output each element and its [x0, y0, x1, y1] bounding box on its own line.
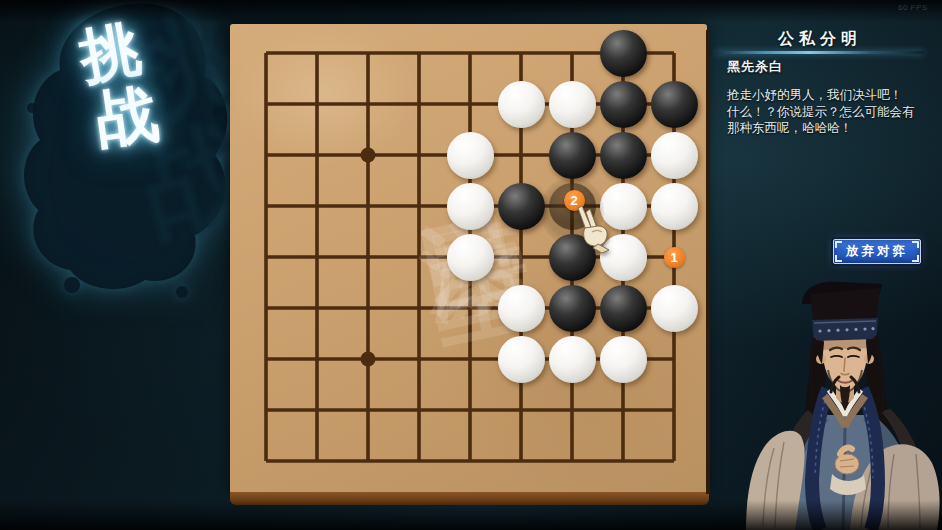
- white-stone: [447, 234, 494, 281]
- dialogue-line: 抢走小妤的男人，我们决斗吧！: [727, 87, 929, 104]
- black-stone: [549, 132, 596, 179]
- move-marker-1: 1: [664, 247, 685, 268]
- white-stone: [600, 336, 647, 383]
- board-edge: [230, 492, 709, 505]
- puzzle-title: 公私分明: [716, 29, 924, 50]
- black-stone: [651, 81, 698, 128]
- fps-counter: 60 FPS: [898, 3, 928, 12]
- hand-cursor-icon: [572, 206, 614, 254]
- black-stone: [600, 30, 647, 77]
- npc-portrait: [744, 278, 942, 530]
- white-stone: [498, 285, 545, 332]
- white-stone: [447, 132, 494, 179]
- game-screen: 60 FPS 挑 战 挑 战 游民星空 21 公私分明: [0, 0, 942, 530]
- black-stone: [600, 81, 647, 128]
- white-stone: [498, 81, 545, 128]
- white-stone: [549, 336, 596, 383]
- button-corner-decoration: [835, 241, 842, 248]
- black-stone: [600, 132, 647, 179]
- white-stone: [447, 183, 494, 230]
- white-stone: [498, 336, 545, 383]
- white-stone: [651, 132, 698, 179]
- white-stone: [651, 183, 698, 230]
- challenge-banner: 挑 战 挑 战: [0, 0, 260, 320]
- go-board[interactable]: 游民星空 21: [230, 24, 707, 494]
- button-corner-decoration: [912, 255, 919, 262]
- black-stone: [498, 183, 545, 230]
- dialogue-line: 那种东西呢，哈哈哈！: [727, 120, 929, 137]
- challenge-char-1: 挑: [75, 17, 145, 87]
- black-stone: [549, 285, 596, 332]
- white-stone: [549, 81, 596, 128]
- dialogue-line: 什么！？你说提示？怎么可能会有: [727, 104, 929, 121]
- give-up-button[interactable]: 放弃对弈: [833, 239, 921, 264]
- challenge-char-2: 战: [92, 82, 162, 152]
- white-stone: [651, 285, 698, 332]
- give-up-button-label: 放弃对弈: [846, 243, 908, 260]
- button-corner-decoration: [835, 255, 842, 262]
- button-corner-decoration: [912, 241, 919, 248]
- board-edge: [706, 30, 710, 494]
- black-stone: [600, 285, 647, 332]
- puzzle-goal: 黑先杀白: [727, 58, 783, 76]
- title-divider: [716, 51, 924, 54]
- npc-dialogue: 抢走小妤的男人，我们决斗吧！ 什么！？你说提示？怎么可能会有 那种东西呢，哈哈哈…: [727, 87, 929, 137]
